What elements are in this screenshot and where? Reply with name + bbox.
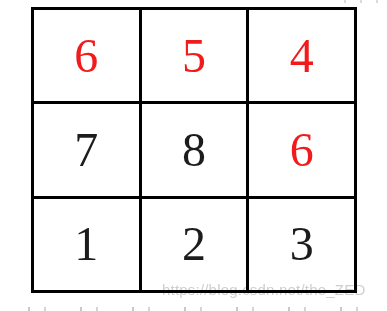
grid-cell-r2c3: 6 [249,104,354,195]
grid-cell-r3c3: 3 [249,199,354,290]
grid-cell-r2c1: 7 [34,104,139,195]
cropped-text-artifact-bottom [10,307,380,311]
grid-cell-r1c1: 6 [34,10,139,101]
number-grid-board: 654786123 [31,7,357,293]
grid-cell-r3c2: 2 [142,199,247,290]
grid-cell-r3c1: 1 [34,199,139,290]
grid-cell-r1c3: 4 [249,10,354,101]
cropped-text-artifact-top [335,0,381,3]
watermark-url: https://blog.csdn.net/the_ZED [162,281,387,298]
grid-cell-r2c2: 8 [142,104,247,195]
grid-cell-r1c2: 5 [142,10,247,101]
